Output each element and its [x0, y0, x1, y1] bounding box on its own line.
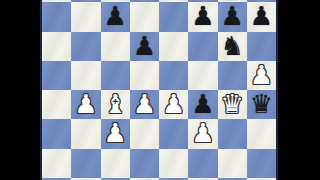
- square-f1[interactable]: [188, 178, 217, 180]
- square-c5[interactable]: [101, 61, 130, 90]
- square-d3[interactable]: [130, 119, 159, 148]
- square-f5[interactable]: [188, 61, 217, 90]
- piece-black-pawn-d6[interactable]: ♟: [130, 32, 159, 61]
- square-d2[interactable]: [130, 149, 159, 178]
- video-frame: ♚♟♟♟♟♟♞♟♟♝♟♟♟♛♛♟♟: [0, 0, 320, 180]
- square-a3[interactable]: [42, 119, 71, 148]
- square-f6[interactable]: [188, 32, 217, 61]
- square-d6[interactable]: ♟: [130, 32, 159, 61]
- square-a5[interactable]: [42, 61, 71, 90]
- square-f4[interactable]: ♟: [188, 90, 217, 119]
- square-h5[interactable]: ♟: [247, 61, 276, 90]
- square-e3[interactable]: [159, 119, 188, 148]
- square-g3[interactable]: [218, 119, 247, 148]
- square-a7[interactable]: [42, 2, 71, 31]
- square-b1[interactable]: [71, 178, 100, 180]
- square-h3[interactable]: [247, 119, 276, 148]
- square-a6[interactable]: [42, 32, 71, 61]
- letterbox-right: [278, 0, 320, 180]
- square-d7[interactable]: [130, 2, 159, 31]
- square-g6[interactable]: ♞: [218, 32, 247, 61]
- square-h2[interactable]: [247, 149, 276, 178]
- square-g7[interactable]: ♟: [218, 2, 247, 31]
- square-b7[interactable]: [71, 2, 100, 31]
- square-e7[interactable]: [159, 2, 188, 31]
- piece-white-pawn-h5[interactable]: ♟: [247, 61, 276, 90]
- square-f2[interactable]: [188, 149, 217, 178]
- square-h1[interactable]: [247, 178, 276, 180]
- piece-white-pawn-e4[interactable]: ♟: [159, 90, 188, 119]
- square-g5[interactable]: [218, 61, 247, 90]
- square-b5[interactable]: [71, 61, 100, 90]
- square-e6[interactable]: [159, 32, 188, 61]
- piece-black-pawn-f4[interactable]: ♟: [188, 90, 217, 119]
- piece-black-pawn-c7[interactable]: ♟: [101, 2, 130, 31]
- square-b2[interactable]: [71, 149, 100, 178]
- square-c1[interactable]: [101, 178, 130, 180]
- square-f7[interactable]: ♟: [188, 2, 217, 31]
- square-c3[interactable]: ♟: [101, 119, 130, 148]
- square-a2[interactable]: [42, 149, 71, 178]
- square-h7[interactable]: ♟: [247, 2, 276, 31]
- square-h6[interactable]: [247, 32, 276, 61]
- square-a1[interactable]: [42, 178, 71, 180]
- square-a4[interactable]: [42, 90, 71, 119]
- square-f3[interactable]: ♟: [188, 119, 217, 148]
- square-g1[interactable]: [218, 178, 247, 180]
- piece-black-knight-g6[interactable]: ♞: [218, 32, 247, 61]
- piece-white-pawn-c3[interactable]: ♟: [101, 119, 130, 148]
- square-d1[interactable]: [130, 178, 159, 180]
- square-h4[interactable]: ♛: [247, 90, 276, 119]
- square-b6[interactable]: [71, 32, 100, 61]
- square-b3[interactable]: [71, 119, 100, 148]
- piece-white-pawn-f3[interactable]: ♟: [188, 119, 217, 148]
- piece-black-pawn-f7[interactable]: ♟: [188, 2, 217, 31]
- square-d5[interactable]: [130, 61, 159, 90]
- square-c6[interactable]: [101, 32, 130, 61]
- piece-white-queen-g4[interactable]: ♛: [218, 90, 247, 119]
- piece-black-pawn-g7[interactable]: ♟: [218, 2, 247, 31]
- square-e4[interactable]: ♟: [159, 90, 188, 119]
- letterbox-left: [0, 0, 40, 180]
- chess-board[interactable]: ♚♟♟♟♟♟♞♟♟♝♟♟♟♛♛♟♟: [40, 0, 278, 180]
- square-e1[interactable]: [159, 178, 188, 180]
- piece-black-pawn-h7[interactable]: ♟: [247, 2, 276, 31]
- square-g2[interactable]: [218, 149, 247, 178]
- square-c2[interactable]: [101, 149, 130, 178]
- square-e5[interactable]: [159, 61, 188, 90]
- piece-white-pawn-b4[interactable]: ♟: [71, 90, 100, 119]
- square-g4[interactable]: ♛: [218, 90, 247, 119]
- piece-black-queen-h4[interactable]: ♛: [247, 90, 276, 119]
- square-c4[interactable]: ♝: [101, 90, 130, 119]
- square-d4[interactable]: ♟: [130, 90, 159, 119]
- piece-white-pawn-d4[interactable]: ♟: [130, 90, 159, 119]
- square-e2[interactable]: [159, 149, 188, 178]
- square-b4[interactable]: ♟: [71, 90, 100, 119]
- square-c7[interactable]: ♟: [101, 2, 130, 31]
- piece-white-bishop-c4[interactable]: ♝: [101, 90, 130, 119]
